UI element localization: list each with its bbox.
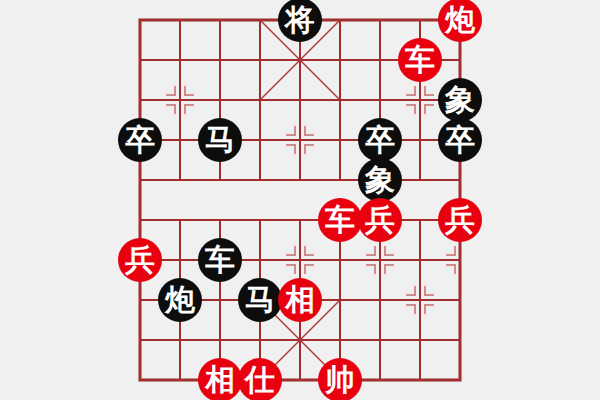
black-chariot[interactable]: 车 <box>198 238 242 282</box>
black-horse[interactable]: 马 <box>238 278 282 322</box>
black-soldier[interactable]: 卒 <box>358 118 402 162</box>
red-general[interactable]: 帅 <box>318 358 362 400</box>
black-soldier[interactable]: 卒 <box>118 118 162 162</box>
black-cannon[interactable]: 炮 <box>158 278 202 322</box>
black-horse[interactable]: 马 <box>198 118 242 162</box>
black-general[interactable]: 将 <box>278 0 322 42</box>
black-elephant[interactable]: 象 <box>438 78 482 122</box>
red-chariot[interactable]: 车 <box>318 198 362 242</box>
black-elephant[interactable]: 象 <box>358 158 402 202</box>
red-elephant[interactable]: 相 <box>198 358 242 400</box>
red-soldier[interactable]: 兵 <box>438 198 482 242</box>
red-elephant[interactable]: 相 <box>278 278 322 322</box>
xiangqi-board-screen: 将炮车象卒马卒卒象车兵兵兵车炮马相相仕帅 <box>0 0 600 400</box>
red-soldier[interactable]: 兵 <box>358 198 402 242</box>
xiangqi-board: 将炮车象卒马卒卒象车兵兵兵车炮马相相仕帅 <box>120 0 480 400</box>
red-cannon[interactable]: 炮 <box>438 0 482 42</box>
red-chariot[interactable]: 车 <box>398 38 442 82</box>
black-soldier[interactable]: 卒 <box>438 118 482 162</box>
red-soldier[interactable]: 兵 <box>118 238 162 282</box>
red-advisor[interactable]: 仕 <box>238 358 282 400</box>
